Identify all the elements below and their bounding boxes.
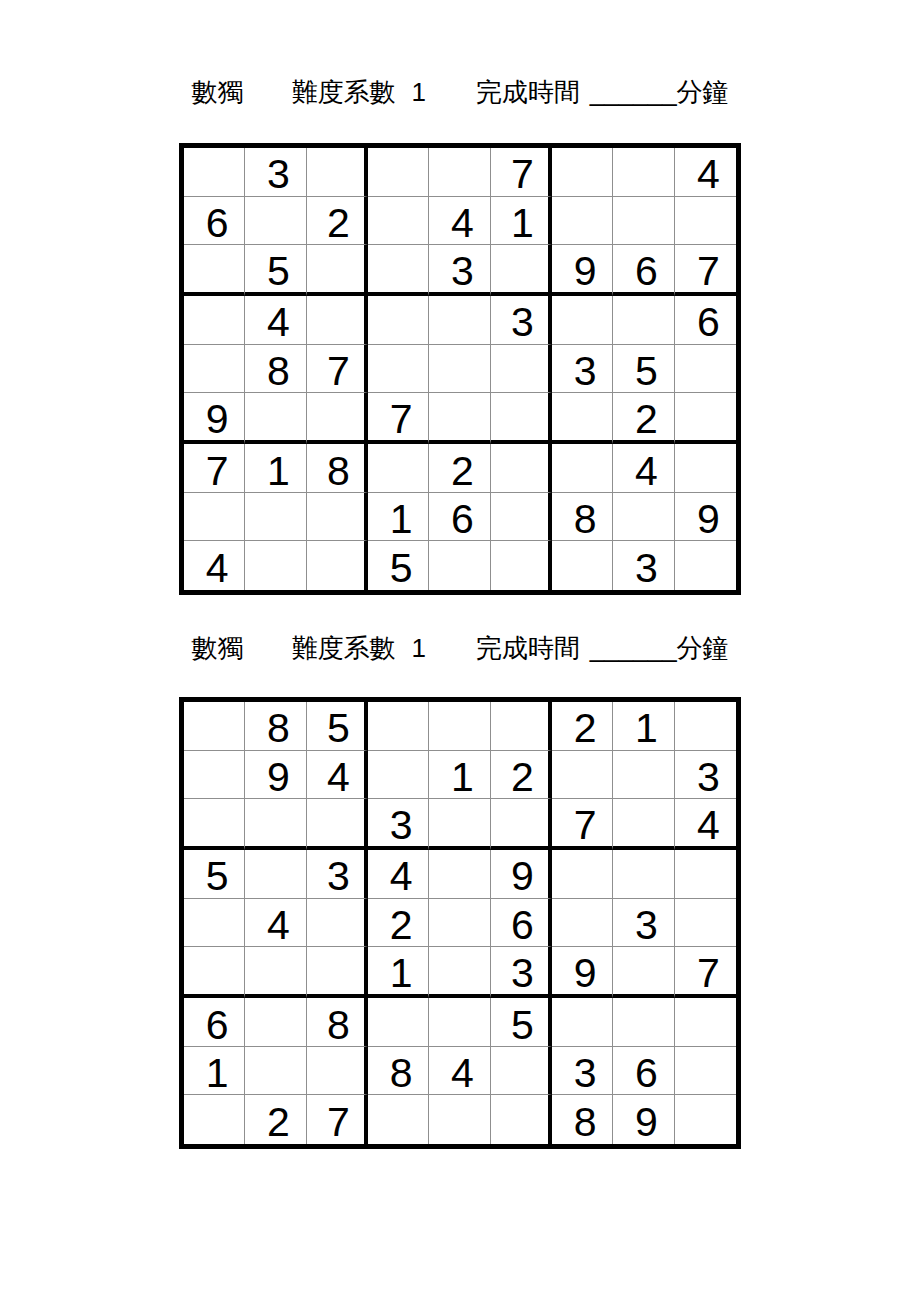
- puzzle-2-cell-r2c8: [613, 751, 674, 800]
- puzzle-1-cell-r4c3: [307, 296, 368, 345]
- puzzle-1-cell-r2c1: 6: [184, 197, 245, 246]
- puzzle-2-cell-r9c8: 9: [613, 1095, 674, 1144]
- puzzle-1-cell-r5c4: [368, 345, 429, 394]
- given-digit: 8: [327, 448, 350, 495]
- given-digit: 6: [635, 248, 658, 295]
- given-digit: 6: [697, 299, 720, 346]
- sudoku-worksheet-page: 數獨 難度系數 1 完成時間 ______ 分鐘 374624153967436…: [0, 0, 920, 1303]
- given-digit: 2: [635, 396, 658, 443]
- puzzle-2-cell-r2c3: 4: [307, 751, 368, 800]
- given-digit: 2: [327, 200, 350, 247]
- puzzle-1-cell-r1c7: [552, 148, 613, 197]
- given-digit: 6: [451, 496, 474, 543]
- puzzle-2-cell-r9c6: [491, 1095, 552, 1144]
- given-digit: 4: [697, 802, 720, 849]
- puzzle-2-cell-r8c7: 3: [552, 1047, 613, 1096]
- given-digit: 4: [451, 1050, 474, 1097]
- puzzle-1-cell-r5c5: [429, 345, 490, 394]
- given-digit: 8: [390, 1050, 413, 1097]
- puzzle-2-cell-r2c2: 9: [245, 751, 306, 800]
- given-digit: 7: [327, 1099, 350, 1146]
- given-digit: 7: [390, 396, 413, 443]
- given-digit: 2: [574, 705, 597, 752]
- puzzle-1-cell-r6c5: [429, 393, 490, 444]
- given-digit: 8: [574, 496, 597, 543]
- puzzle-2-cell-r4c6: 9: [491, 850, 552, 899]
- puzzle-2-cell-r1c9: [675, 702, 736, 751]
- given-digit: 2: [390, 902, 413, 949]
- puzzle-2-cell-r9c4: [368, 1095, 429, 1144]
- puzzle-2-cell-r4c8: [613, 850, 674, 899]
- puzzle-1-cell-r4c6: 3: [491, 296, 552, 345]
- given-digit: 4: [267, 299, 290, 346]
- puzzle-2-cell-r5c2: 4: [245, 899, 306, 948]
- puzzle-2-cell-r5c9: [675, 899, 736, 948]
- given-digit: 5: [635, 348, 658, 395]
- puzzle-2-cell-r4c1: 5: [184, 850, 245, 899]
- given-digit: 6: [206, 1002, 229, 1049]
- puzzle-2-cell-r2c1: [184, 751, 245, 800]
- puzzle-2-cell-r8c3: [307, 1047, 368, 1096]
- puzzle-2-cell-r8c8: 6: [613, 1047, 674, 1096]
- puzzle-1-cell-r1c9: 4: [675, 148, 736, 197]
- given-digit: 8: [267, 348, 290, 395]
- puzzle-2-cell-r2c4: [368, 751, 429, 800]
- puzzle-2-cell-r1c8: 1: [613, 702, 674, 751]
- puzzle-1-cell-r5c9: [675, 345, 736, 394]
- puzzle-1-cell-r3c2: 5: [245, 245, 306, 296]
- puzzle-2-cell-r2c9: 3: [675, 751, 736, 800]
- puzzle-2-cell-r9c5: [429, 1095, 490, 1144]
- given-digit: 9: [511, 853, 534, 900]
- given-digit: 6: [511, 902, 534, 949]
- given-digit: 1: [390, 950, 413, 997]
- puzzle-1-time-unit: 分鐘: [677, 76, 729, 108]
- puzzle-1-cell-r7c7: [552, 444, 613, 493]
- puzzle-1-cell-r9c9: [675, 541, 736, 590]
- puzzle-1-cell-r4c4: [368, 296, 429, 345]
- puzzle-1-cell-r1c5: [429, 148, 490, 197]
- puzzle-2-cell-r5c6: 6: [491, 899, 552, 948]
- puzzle-1-title: 數獨: [191, 76, 243, 108]
- puzzle-1-cell-r8c6: [491, 493, 552, 542]
- puzzle-1-cell-r7c4: [368, 444, 429, 493]
- puzzle-2-time-blank: ______: [590, 632, 677, 664]
- puzzle-1-cell-r4c8: [613, 296, 674, 345]
- puzzle-1-cell-r9c7: [552, 541, 613, 590]
- puzzle-2-cell-r5c5: [429, 899, 490, 948]
- puzzle-2-cell-r4c3: 3: [307, 850, 368, 899]
- puzzle-2-cell-r5c3: [307, 899, 368, 948]
- puzzle-2-cell-r5c8: 3: [613, 899, 674, 948]
- puzzle-2-cell-r7c2: [245, 998, 306, 1047]
- given-digit: 2: [511, 754, 534, 801]
- puzzle-2-cell-r4c7: [552, 850, 613, 899]
- given-digit: 9: [206, 396, 229, 443]
- puzzle-1-cell-r3c4: [368, 245, 429, 296]
- given-digit: 5: [327, 705, 350, 752]
- given-digit: 3: [451, 248, 474, 295]
- given-digit: 1: [635, 705, 658, 752]
- puzzle-1-difficulty-value: 1: [411, 76, 425, 108]
- puzzle-2-cell-r9c3: 7: [307, 1095, 368, 1144]
- given-digit: 7: [327, 348, 350, 395]
- puzzle-2-cell-r7c1: 6: [184, 998, 245, 1047]
- given-digit: 8: [267, 705, 290, 752]
- given-digit: 7: [697, 950, 720, 997]
- puzzle-1-cell-r4c1: [184, 296, 245, 345]
- puzzle-1-cell-r2c8: [613, 197, 674, 246]
- given-digit: 4: [697, 151, 720, 198]
- puzzle-1-cell-r4c5: [429, 296, 490, 345]
- given-digit: 1: [206, 1050, 229, 1097]
- given-digit: 7: [574, 802, 597, 849]
- given-digit: 5: [511, 1002, 534, 1049]
- puzzle-1-cell-r1c3: [307, 148, 368, 197]
- given-digit: 5: [206, 853, 229, 900]
- puzzle-2-cell-r6c2: [245, 947, 306, 998]
- puzzle-1-cell-r8c8: [613, 493, 674, 542]
- puzzle-2-cell-r1c1: [184, 702, 245, 751]
- puzzle-2-cell-r1c4: [368, 702, 429, 751]
- puzzle-2-cell-r6c7: 9: [552, 947, 613, 998]
- puzzle-1-difficulty-label: 難度系數: [291, 76, 395, 108]
- given-digit: 3: [267, 151, 290, 198]
- puzzle-1-cell-r9c4: 5: [368, 541, 429, 590]
- puzzle-2-cell-r7c3: 8: [307, 998, 368, 1047]
- puzzle-2-cell-r2c6: 2: [491, 751, 552, 800]
- puzzle-1-cell-r7c2: 1: [245, 444, 306, 493]
- puzzle-2-time-label: 完成時間: [476, 632, 580, 664]
- puzzle-2-cell-r7c5: [429, 998, 490, 1047]
- given-digit: 9: [635, 1099, 658, 1146]
- puzzle-1-cell-r2c7: [552, 197, 613, 246]
- puzzle-2-cell-r1c3: 5: [307, 702, 368, 751]
- given-digit: 4: [635, 448, 658, 495]
- puzzle-2-cell-r3c2: [245, 799, 306, 850]
- puzzle-1-cell-r1c1: [184, 148, 245, 197]
- puzzle-1-cell-r1c2: 3: [245, 148, 306, 197]
- puzzle-1-cell-r9c1: 4: [184, 541, 245, 590]
- given-digit: 9: [697, 496, 720, 543]
- sudoku-grid-1: 3746241539674368735972718241689453: [179, 143, 741, 595]
- puzzle-1-cell-r8c2: [245, 493, 306, 542]
- puzzle-2-cell-r4c9: [675, 850, 736, 899]
- puzzle-1-cell-r2c9: [675, 197, 736, 246]
- given-digit: 2: [451, 448, 474, 495]
- puzzle-1-cell-r2c4: [368, 197, 429, 246]
- puzzle-2-cell-r6c8: [613, 947, 674, 998]
- puzzle-1-cell-r7c8: 4: [613, 444, 674, 493]
- puzzle-2-cell-r8c2: [245, 1047, 306, 1096]
- given-digit: 4: [451, 200, 474, 247]
- puzzle-2-cell-r8c9: [675, 1047, 736, 1096]
- puzzle-1-cell-r2c3: 2: [307, 197, 368, 246]
- puzzle-1-cell-r1c4: [368, 148, 429, 197]
- puzzle-2-cell-r1c2: 8: [245, 702, 306, 751]
- puzzle-1-time-blank: ______: [590, 76, 677, 108]
- puzzle-2-cell-r3c6: [491, 799, 552, 850]
- puzzle-1-cell-r8c4: 1: [368, 493, 429, 542]
- puzzle-2-cell-r6c6: 3: [491, 947, 552, 998]
- puzzle-2-cell-r3c3: [307, 799, 368, 850]
- puzzle-1-cell-r6c3: [307, 393, 368, 444]
- puzzle-2-cell-r9c9: [675, 1095, 736, 1144]
- puzzle-2-cell-r3c1: [184, 799, 245, 850]
- puzzle-1-cell-r5c2: 8: [245, 345, 306, 394]
- puzzle-1-cell-r5c8: 5: [613, 345, 674, 394]
- puzzle-2-cell-r3c8: [613, 799, 674, 850]
- puzzle-2-cell-r7c6: 5: [491, 998, 552, 1047]
- given-digit: 8: [574, 1099, 597, 1146]
- given-digit: 8: [327, 1002, 350, 1049]
- given-digit: 3: [574, 348, 597, 395]
- puzzle-1-cell-r9c8: 3: [613, 541, 674, 590]
- given-digit: 4: [327, 754, 350, 801]
- puzzle-1-cell-r1c6: 7: [491, 148, 552, 197]
- puzzle-2-cell-r9c7: 8: [552, 1095, 613, 1144]
- given-digit: 1: [511, 200, 534, 247]
- puzzle-1-cell-r6c9: [675, 393, 736, 444]
- puzzle-2-cell-r9c1: [184, 1095, 245, 1144]
- given-digit: 5: [390, 545, 413, 592]
- puzzle-2-cell-r6c3: [307, 947, 368, 998]
- puzzle-2-difficulty-label: 難度系數: [291, 632, 395, 664]
- puzzle-1-cell-r2c2: [245, 197, 306, 246]
- puzzle-2-cell-r9c2: 2: [245, 1095, 306, 1144]
- puzzle-2-cell-r7c7: [552, 998, 613, 1047]
- given-digit: 3: [697, 754, 720, 801]
- given-digit: 7: [697, 248, 720, 295]
- given-digit: 3: [511, 299, 534, 346]
- puzzle-1-cell-r2c6: 1: [491, 197, 552, 246]
- puzzle-2-cell-r6c5: [429, 947, 490, 998]
- puzzle-2-cell-r4c4: 4: [368, 850, 429, 899]
- puzzle-2-cell-r8c1: 1: [184, 1047, 245, 1096]
- puzzle-2-cell-r8c4: 8: [368, 1047, 429, 1096]
- puzzle-1-cell-r7c6: [491, 444, 552, 493]
- puzzle-1-cell-r8c9: 9: [675, 493, 736, 542]
- puzzle-2-cell-r2c5: 1: [429, 751, 490, 800]
- puzzle-1-cell-r8c3: [307, 493, 368, 542]
- puzzle-1-cell-r3c6: [491, 245, 552, 296]
- puzzle-2-cell-r5c4: 2: [368, 899, 429, 948]
- puzzle-1-cell-r8c7: 8: [552, 493, 613, 542]
- puzzle-2-cell-r2c7: [552, 751, 613, 800]
- puzzle-2-cell-r3c4: 3: [368, 799, 429, 850]
- given-digit: 1: [267, 448, 290, 495]
- puzzle-2-cell-r6c4: 1: [368, 947, 429, 998]
- puzzle-2-cell-r8c5: 4: [429, 1047, 490, 1096]
- puzzle-1-cell-r3c7: 9: [552, 245, 613, 296]
- puzzle-1-cell-r6c1: 9: [184, 393, 245, 444]
- puzzle-2-time-unit: 分鐘: [677, 632, 729, 664]
- given-digit: 6: [206, 200, 229, 247]
- puzzle-1-cell-r8c1: [184, 493, 245, 542]
- puzzle-2-cell-r4c2: [245, 850, 306, 899]
- puzzle-2-cell-r5c1: [184, 899, 245, 948]
- puzzle-1-cell-r5c7: 3: [552, 345, 613, 394]
- puzzle-1-cell-r6c7: [552, 393, 613, 444]
- sudoku-grid-2: 852194123374534942631397685184362789: [179, 697, 741, 1149]
- given-digit: 3: [635, 902, 658, 949]
- puzzle-2-cell-r6c9: 7: [675, 947, 736, 998]
- given-digit: 2: [267, 1099, 290, 1146]
- puzzle-1-header: 數獨 難度系數 1 完成時間 ______ 分鐘: [0, 76, 920, 108]
- puzzle-2-cell-r3c5: [429, 799, 490, 850]
- puzzle-2-cell-r3c9: 4: [675, 799, 736, 850]
- puzzle-1-cell-r3c9: 7: [675, 245, 736, 296]
- puzzle-1-cell-r3c8: 6: [613, 245, 674, 296]
- puzzle-2-cell-r7c8: [613, 998, 674, 1047]
- given-digit: 7: [206, 448, 229, 495]
- puzzle-1-cell-r9c2: [245, 541, 306, 590]
- puzzle-2-cell-r1c5: [429, 702, 490, 751]
- puzzle-2-cell-r7c4: [368, 998, 429, 1047]
- given-digit: 3: [390, 802, 413, 849]
- puzzle-1-cell-r9c6: [491, 541, 552, 590]
- puzzle-1-cell-r7c5: 2: [429, 444, 490, 493]
- puzzle-2-cell-r8c6: [491, 1047, 552, 1096]
- puzzle-1-cell-r6c6: [491, 393, 552, 444]
- puzzle-1-cell-r7c1: 7: [184, 444, 245, 493]
- puzzle-2-cell-r1c7: 2: [552, 702, 613, 751]
- given-digit: 9: [574, 248, 597, 295]
- puzzle-1-cell-r3c5: 3: [429, 245, 490, 296]
- puzzle-2-cell-r3c7: 7: [552, 799, 613, 850]
- puzzle-1-cell-r4c2: 4: [245, 296, 306, 345]
- puzzle-1-cell-r6c8: 2: [613, 393, 674, 444]
- puzzle-2-title: 數獨: [191, 632, 243, 664]
- given-digit: 5: [267, 248, 290, 295]
- given-digit: 1: [390, 496, 413, 543]
- given-digit: 1: [451, 754, 474, 801]
- puzzle-2-difficulty-value: 1: [411, 632, 425, 664]
- given-digit: 9: [267, 754, 290, 801]
- given-digit: 3: [635, 545, 658, 592]
- puzzle-1-cell-r3c3: [307, 245, 368, 296]
- given-digit: 6: [635, 1050, 658, 1097]
- given-digit: 3: [574, 1050, 597, 1097]
- puzzle-2-cell-r1c6: [491, 702, 552, 751]
- puzzle-1-cell-r4c9: 6: [675, 296, 736, 345]
- puzzle-1-cell-r9c3: [307, 541, 368, 590]
- puzzle-1-cell-r9c5: [429, 541, 490, 590]
- puzzle-2-cell-r7c9: [675, 998, 736, 1047]
- puzzle-2-cell-r6c1: [184, 947, 245, 998]
- given-digit: 4: [390, 853, 413, 900]
- given-digit: 3: [327, 853, 350, 900]
- given-digit: 7: [511, 151, 534, 198]
- puzzle-1-cell-r7c9: [675, 444, 736, 493]
- puzzle-1-cell-r5c1: [184, 345, 245, 394]
- puzzle-2-header: 數獨 難度系數 1 完成時間 ______ 分鐘: [0, 632, 920, 664]
- puzzle-1-cell-r7c3: 8: [307, 444, 368, 493]
- puzzle-1-cell-r8c5: 6: [429, 493, 490, 542]
- given-digit: 4: [267, 902, 290, 949]
- puzzle-1-cell-r6c4: 7: [368, 393, 429, 444]
- puzzle-1-cell-r5c3: 7: [307, 345, 368, 394]
- puzzle-1-time-label: 完成時間: [476, 76, 580, 108]
- puzzle-1-cell-r4c7: [552, 296, 613, 345]
- puzzle-2-cell-r5c7: [552, 899, 613, 948]
- given-digit: 3: [511, 950, 534, 997]
- puzzle-1-cell-r2c5: 4: [429, 197, 490, 246]
- puzzle-1-cell-r6c2: [245, 393, 306, 444]
- puzzle-1-cell-r1c8: [613, 148, 674, 197]
- puzzle-1-cell-r3c1: [184, 245, 245, 296]
- puzzle-2-cell-r4c5: [429, 850, 490, 899]
- puzzle-1-cell-r5c6: [491, 345, 552, 394]
- given-digit: 4: [206, 545, 229, 592]
- given-digit: 9: [574, 950, 597, 997]
